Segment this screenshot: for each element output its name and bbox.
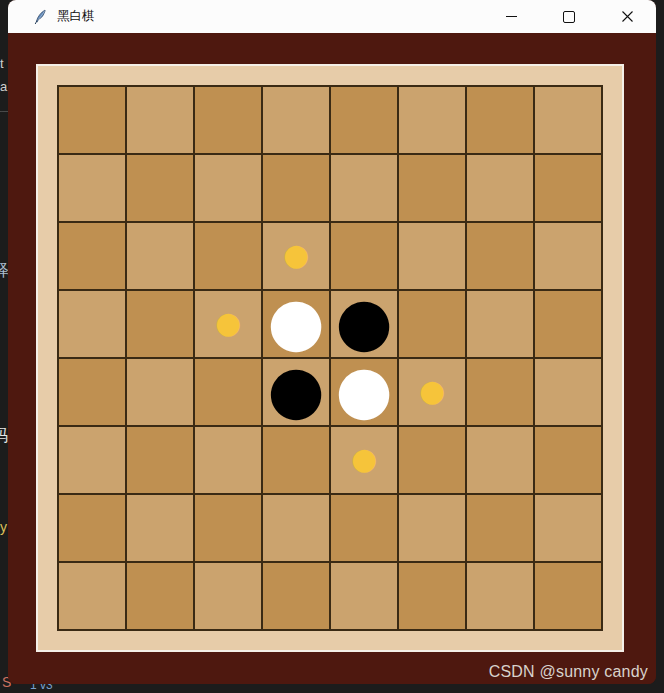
- cell-b5[interactable]: [127, 359, 193, 425]
- cell-f2[interactable]: [399, 155, 465, 221]
- cell-a6[interactable]: [59, 427, 125, 493]
- cell-d7[interactable]: [263, 495, 329, 561]
- cell-h6[interactable]: [535, 427, 601, 493]
- cell-d2[interactable]: [263, 155, 329, 221]
- cell-d3[interactable]: ●: [263, 223, 329, 289]
- cell-c2[interactable]: [195, 155, 261, 221]
- white-disc: ●: [267, 291, 325, 355]
- minimize-button[interactable]: [482, 0, 540, 33]
- cell-a8[interactable]: [59, 563, 125, 629]
- cell-c1[interactable]: [195, 87, 261, 153]
- cell-d6[interactable]: [263, 427, 329, 493]
- cell-g4[interactable]: [467, 291, 533, 357]
- cell-h4[interactable]: [535, 291, 601, 357]
- cell-a1[interactable]: [59, 87, 125, 153]
- cell-c4[interactable]: ●: [195, 291, 261, 357]
- cell-g2[interactable]: [467, 155, 533, 221]
- cell-h1[interactable]: [535, 87, 601, 153]
- backdrop-text-fragment: 码: [0, 428, 8, 444]
- cell-c7[interactable]: [195, 495, 261, 561]
- cell-a3[interactable]: [59, 223, 125, 289]
- backdrop-text-fragment: y: [0, 520, 7, 534]
- cell-c6[interactable]: [195, 427, 261, 493]
- cell-a7[interactable]: [59, 495, 125, 561]
- backdrop-text-fragment: a: [0, 80, 7, 93]
- titlebar: 黑白棋: [8, 0, 656, 33]
- cell-e8[interactable]: [331, 563, 397, 629]
- cell-f8[interactable]: [399, 563, 465, 629]
- cell-a2[interactable]: [59, 155, 125, 221]
- cell-h3[interactable]: [535, 223, 601, 289]
- cell-h7[interactable]: [535, 495, 601, 561]
- window-title: 黑白棋: [57, 8, 95, 25]
- cell-e7[interactable]: [331, 495, 397, 561]
- cell-f7[interactable]: [399, 495, 465, 561]
- cell-f1[interactable]: [399, 87, 465, 153]
- cell-b2[interactable]: [127, 155, 193, 221]
- cell-e3[interactable]: [331, 223, 397, 289]
- backdrop-text-fragment: t: [0, 57, 4, 70]
- cell-b6[interactable]: [127, 427, 193, 493]
- legal-move-hint: ●: [351, 444, 377, 474]
- cell-g1[interactable]: [467, 87, 533, 153]
- board-panel: ●●●●●●●●: [36, 64, 624, 652]
- csdn-watermark: CSDN @sunny candy: [489, 663, 648, 681]
- legal-move-hint: ●: [419, 376, 445, 406]
- cell-d1[interactable]: [263, 87, 329, 153]
- minimize-icon: [506, 16, 517, 18]
- board: ●●●●●●●●: [57, 85, 603, 631]
- cell-d8[interactable]: [263, 563, 329, 629]
- legal-move-hint: ●: [283, 240, 309, 270]
- window-controls: [482, 0, 656, 33]
- window-content: ●●●●●●●● CSDN @sunny candy: [8, 33, 656, 684]
- cell-b4[interactable]: [127, 291, 193, 357]
- maximize-icon: [563, 11, 575, 23]
- cell-f4[interactable]: [399, 291, 465, 357]
- cell-g3[interactable]: [467, 223, 533, 289]
- cell-h2[interactable]: [535, 155, 601, 221]
- tk-feather-icon: [32, 9, 48, 25]
- cell-a4[interactable]: [59, 291, 125, 357]
- maximize-button[interactable]: [540, 0, 598, 33]
- cell-e4[interactable]: ●: [331, 291, 397, 357]
- cell-e1[interactable]: [331, 87, 397, 153]
- close-button[interactable]: [598, 0, 656, 33]
- cell-a5[interactable]: [59, 359, 125, 425]
- cell-h8[interactable]: [535, 563, 601, 629]
- othello-app-window: 黑白棋 ●●●●●●●● CSDN @sunny candy: [8, 0, 656, 684]
- black-disc: ●: [335, 291, 393, 355]
- cell-f5[interactable]: ●: [399, 359, 465, 425]
- cell-d4[interactable]: ●: [263, 291, 329, 357]
- cell-d5[interactable]: ●: [263, 359, 329, 425]
- cell-e2[interactable]: [331, 155, 397, 221]
- cell-g8[interactable]: [467, 563, 533, 629]
- cell-c5[interactable]: [195, 359, 261, 425]
- close-icon: [621, 10, 634, 23]
- cell-c3[interactable]: [195, 223, 261, 289]
- cell-g5[interactable]: [467, 359, 533, 425]
- cell-h5[interactable]: [535, 359, 601, 425]
- cell-g6[interactable]: [467, 427, 533, 493]
- cell-g7[interactable]: [467, 495, 533, 561]
- cell-b7[interactable]: [127, 495, 193, 561]
- legal-move-hint: ●: [215, 308, 241, 338]
- cell-f3[interactable]: [399, 223, 465, 289]
- black-disc: ●: [267, 359, 325, 423]
- cell-b1[interactable]: [127, 87, 193, 153]
- cell-e6[interactable]: ●: [331, 427, 397, 493]
- cell-e5[interactable]: ●: [331, 359, 397, 425]
- cell-c8[interactable]: [195, 563, 261, 629]
- white-disc: ●: [335, 359, 393, 423]
- cell-b3[interactable]: [127, 223, 193, 289]
- cell-b8[interactable]: [127, 563, 193, 629]
- cell-f6[interactable]: [399, 427, 465, 493]
